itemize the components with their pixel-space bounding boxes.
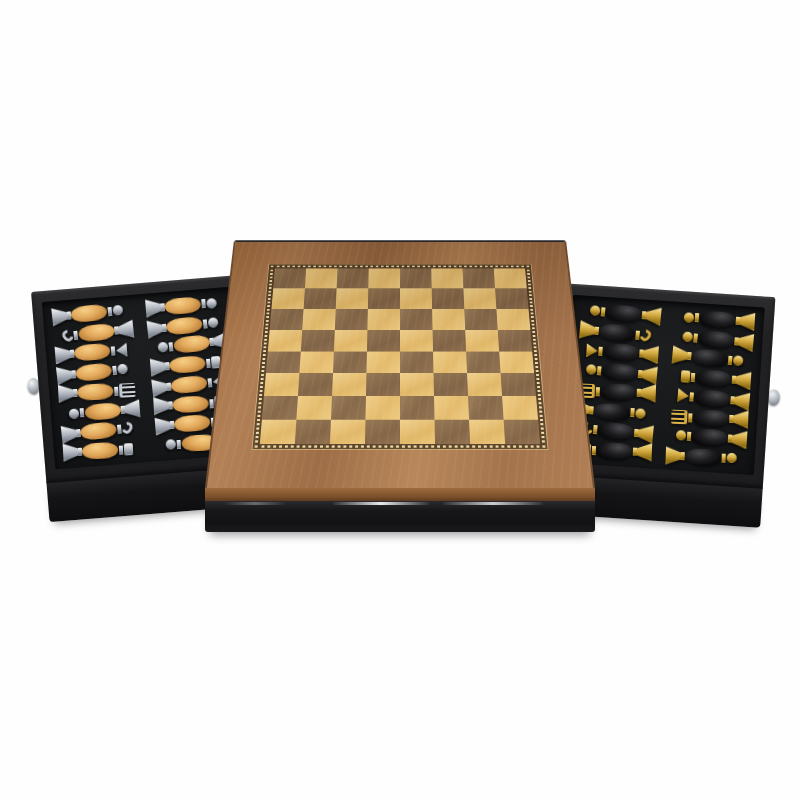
piece-body xyxy=(70,303,108,323)
piece-body xyxy=(84,402,121,421)
piece-body xyxy=(78,322,116,342)
piece-stem xyxy=(639,350,644,358)
square-f6 xyxy=(432,309,465,330)
piece-stem xyxy=(633,448,637,456)
square-d2 xyxy=(365,396,400,420)
square-h4 xyxy=(499,351,534,373)
piece-neck xyxy=(596,387,600,396)
piece-base xyxy=(738,332,755,351)
piece-body xyxy=(164,296,201,315)
piece-body xyxy=(605,304,642,323)
square-e8 xyxy=(400,268,432,288)
piece-body xyxy=(166,316,204,336)
piece-base xyxy=(153,396,169,415)
piece-black-pawn xyxy=(665,447,746,468)
piece-stem xyxy=(634,429,639,437)
piece-head xyxy=(157,342,168,353)
piece-head xyxy=(677,388,689,403)
square-b8 xyxy=(305,268,338,288)
piece-body xyxy=(598,323,635,342)
piece-body xyxy=(601,383,638,400)
square-a4 xyxy=(266,351,301,373)
piece-head xyxy=(682,331,693,342)
piece-base xyxy=(733,410,749,429)
piece-head xyxy=(119,383,136,398)
piece-body xyxy=(80,421,118,441)
piece-black-king xyxy=(668,407,749,428)
piece-stem xyxy=(728,435,733,443)
piece-body xyxy=(694,389,731,408)
square-h3 xyxy=(501,373,536,396)
square-f5 xyxy=(433,330,467,352)
square-g6 xyxy=(464,309,497,330)
chess-board xyxy=(260,268,540,444)
piece-head xyxy=(726,453,736,463)
piece-body xyxy=(597,442,634,459)
square-e1 xyxy=(400,420,435,444)
inlay-dotted-band xyxy=(255,266,546,448)
product-photo-scene xyxy=(0,0,800,800)
piece-body xyxy=(691,349,728,368)
piece-body xyxy=(684,448,721,465)
square-e4 xyxy=(400,351,434,373)
piece-body xyxy=(603,343,640,361)
piece-stem xyxy=(734,337,739,345)
square-g2 xyxy=(468,396,504,420)
piece-head xyxy=(69,408,80,419)
square-e3 xyxy=(400,373,434,396)
square-g7 xyxy=(463,288,496,308)
square-d3 xyxy=(366,373,400,396)
piece-base xyxy=(739,312,755,331)
piece-base xyxy=(58,384,74,403)
square-b3 xyxy=(298,373,333,396)
box-front-face xyxy=(205,501,595,532)
piece-neck xyxy=(168,342,173,351)
piece-neck xyxy=(721,453,725,462)
piece-stem xyxy=(642,311,647,319)
piece-body xyxy=(74,343,111,362)
piece-neck xyxy=(107,306,112,315)
piece-neck xyxy=(119,445,123,454)
square-h1 xyxy=(504,420,541,444)
piece-base xyxy=(145,298,161,317)
right-drawer-knob xyxy=(767,389,780,406)
square-a5 xyxy=(268,330,302,352)
piece-body xyxy=(172,395,209,413)
square-b5 xyxy=(301,330,335,352)
square-g1 xyxy=(469,420,505,444)
square-b7 xyxy=(304,288,337,308)
piece-base xyxy=(665,447,681,466)
inlay-border xyxy=(253,264,548,449)
piece-base xyxy=(637,425,654,444)
square-g3 xyxy=(467,373,502,396)
piece-head xyxy=(124,443,134,455)
piece-stem xyxy=(736,317,741,325)
piece-body xyxy=(699,310,736,328)
piece-head xyxy=(671,409,688,424)
square-c3 xyxy=(332,373,367,396)
piece-head xyxy=(681,370,691,383)
square-h8 xyxy=(494,268,527,288)
piece-stem xyxy=(638,370,643,378)
piece-stem xyxy=(729,415,733,423)
square-g5 xyxy=(465,330,499,352)
piece-neck xyxy=(601,307,606,316)
piece-head xyxy=(638,327,653,343)
piece-body xyxy=(598,422,635,441)
piece-head xyxy=(684,312,695,323)
square-g4 xyxy=(466,351,500,373)
piece-base xyxy=(155,417,171,436)
piece-body xyxy=(601,363,638,382)
square-h7 xyxy=(495,288,528,308)
square-c6 xyxy=(335,309,368,330)
piece-neck xyxy=(111,346,116,355)
square-b4 xyxy=(299,351,333,373)
square-d4 xyxy=(366,351,400,373)
square-d5 xyxy=(367,330,400,352)
square-d7 xyxy=(368,288,400,308)
square-b1 xyxy=(295,420,331,444)
square-b2 xyxy=(296,396,332,420)
piece-base xyxy=(61,425,78,445)
piece-head xyxy=(635,408,646,419)
piece-base xyxy=(147,319,164,339)
square-f3 xyxy=(434,373,469,396)
piece-base xyxy=(55,345,71,364)
piece-neck xyxy=(114,386,118,395)
piece-base xyxy=(124,399,140,418)
piece-base xyxy=(672,346,689,365)
piece-base xyxy=(63,443,79,462)
piece-stem xyxy=(120,405,125,413)
piece-body xyxy=(82,442,119,460)
piece-stem xyxy=(730,396,735,404)
square-e6 xyxy=(400,309,433,330)
piece-neck xyxy=(630,408,635,417)
box-front-wood-bevel xyxy=(205,488,595,501)
piece-head xyxy=(166,439,177,450)
piece-base xyxy=(731,430,747,449)
piece-neck xyxy=(691,372,696,381)
piece-neck xyxy=(597,366,602,375)
piece-body xyxy=(75,362,113,382)
square-c5 xyxy=(334,330,368,352)
piece-head xyxy=(116,343,128,358)
piece-base xyxy=(637,443,653,462)
piece-head xyxy=(117,364,128,375)
piece-stem xyxy=(732,376,737,384)
square-e2 xyxy=(400,396,435,420)
chess-box xyxy=(205,0,595,560)
piece-neck xyxy=(687,432,692,441)
piece-base xyxy=(150,357,166,376)
square-a3 xyxy=(264,373,299,396)
piece-body xyxy=(693,409,730,426)
square-h6 xyxy=(496,309,530,330)
square-c1 xyxy=(330,420,366,444)
square-g8 xyxy=(463,268,496,288)
piece-base xyxy=(151,378,168,398)
piece-base xyxy=(645,306,662,325)
square-a2 xyxy=(262,396,298,420)
square-d6 xyxy=(367,309,400,330)
square-f8 xyxy=(431,268,463,288)
piece-body xyxy=(170,375,208,395)
square-d1 xyxy=(365,420,400,444)
piece-base xyxy=(734,391,751,410)
piece-stem xyxy=(637,389,641,397)
piece-body xyxy=(695,369,732,387)
square-f1 xyxy=(435,420,471,444)
square-a7 xyxy=(271,288,304,308)
piece-neck xyxy=(688,412,692,421)
piece-head xyxy=(676,430,687,441)
piece-body xyxy=(698,330,735,349)
piece-base xyxy=(56,366,73,386)
square-c4 xyxy=(333,351,367,373)
square-a8 xyxy=(273,268,306,288)
piece-body xyxy=(691,428,728,446)
square-e7 xyxy=(400,288,432,308)
piece-head xyxy=(733,356,744,367)
piece-neck xyxy=(80,408,85,417)
square-f7 xyxy=(432,288,465,308)
square-h2 xyxy=(502,396,538,420)
piece-base xyxy=(117,319,134,339)
piece-black-pawn xyxy=(666,426,747,449)
square-c7 xyxy=(336,288,369,308)
gloss-reflection xyxy=(443,502,543,505)
piece-white-rook xyxy=(63,440,144,462)
piece-body xyxy=(593,402,630,420)
piece-neck xyxy=(112,365,117,374)
piece-base xyxy=(641,365,658,384)
square-d8 xyxy=(368,268,400,288)
gloss-reflection xyxy=(225,502,285,505)
piece-base xyxy=(640,384,656,403)
piece-base xyxy=(735,371,751,390)
piece-base xyxy=(643,345,659,364)
piece-neck xyxy=(598,347,603,356)
piece-neck xyxy=(73,330,78,339)
piece-neck xyxy=(177,440,181,449)
piece-head xyxy=(112,305,123,316)
piece-head xyxy=(120,421,135,436)
square-f2 xyxy=(434,396,469,420)
square-e5 xyxy=(400,330,433,352)
square-a6 xyxy=(270,309,304,330)
board-top-wood-frame xyxy=(205,240,595,488)
piece-neck xyxy=(689,392,694,401)
piece-neck xyxy=(728,356,733,365)
square-a1 xyxy=(260,420,297,444)
piece-base xyxy=(51,307,68,327)
square-f4 xyxy=(433,351,467,373)
square-b6 xyxy=(302,309,335,330)
piece-neck xyxy=(695,313,700,322)
square-c8 xyxy=(337,268,369,288)
piece-body xyxy=(77,383,114,401)
piece-body xyxy=(169,355,206,374)
gloss-reflection xyxy=(333,502,429,505)
square-h5 xyxy=(498,330,532,352)
square-c2 xyxy=(331,396,366,420)
piece-neck xyxy=(693,333,698,342)
